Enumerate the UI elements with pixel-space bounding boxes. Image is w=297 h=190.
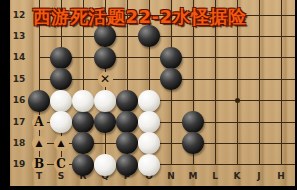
left-black-bar <box>0 0 10 190</box>
stone-black-s14 <box>50 47 72 69</box>
bottom-black-bar <box>0 186 297 190</box>
right-black-bar <box>295 0 297 190</box>
stone-white-s16 <box>50 90 72 112</box>
row-label-12: 12 <box>10 10 28 21</box>
marker-letter-T19: B <box>32 157 47 172</box>
stone-black-t16 <box>28 90 50 112</box>
grid-hline-13 <box>39 36 295 37</box>
row-label-13: 13 <box>10 31 28 42</box>
row-label-19: 19 <box>10 159 28 170</box>
marker-triangle-S18: ▲ <box>54 136 69 151</box>
stone-black-p16 <box>116 90 138 112</box>
video-title-overlay: 西游死活题22-2水怪据险 <box>33 5 273 29</box>
star-point-K16 <box>235 98 240 103</box>
col-label-L: L <box>209 171 221 182</box>
marker-triangle-T18: ▲ <box>32 136 47 151</box>
stone-black-r17 <box>72 111 94 133</box>
stone-black-n14 <box>160 47 182 69</box>
stone-white-o16 <box>138 90 160 112</box>
row-label-17: 17 <box>10 117 28 128</box>
col-label-K: K <box>231 171 243 182</box>
row-label-18: 18 <box>10 138 28 149</box>
stone-black-m17 <box>182 111 204 133</box>
stone-white-r16 <box>72 90 94 112</box>
stone-white-o17 <box>138 111 160 133</box>
grid-vline-H <box>281 0 282 165</box>
stone-white-s17 <box>50 111 72 133</box>
stone-black-p19 <box>116 154 138 176</box>
col-label-J: J <box>253 171 265 182</box>
stone-white-q19 <box>94 154 116 176</box>
stone-black-q14 <box>94 47 116 69</box>
stone-white-o19 <box>138 154 160 176</box>
marker-letter-S19: C <box>54 157 69 172</box>
video-frame: 1213141516171819TSRQPONMLKJH✕A▲▲BC 西游死活题… <box>0 0 297 190</box>
stone-black-p17 <box>116 111 138 133</box>
marker-x-Q15: ✕ <box>98 72 113 87</box>
stone-white-q16 <box>94 90 116 112</box>
col-label-S: S <box>55 171 67 182</box>
col-label-T: T <box>33 171 45 182</box>
marker-letter-T17: A <box>32 115 47 130</box>
row-label-15: 15 <box>10 74 28 85</box>
col-label-H: H <box>275 171 287 182</box>
row-label-14: 14 <box>10 52 28 63</box>
stone-black-q17 <box>94 111 116 133</box>
stone-black-r19 <box>72 154 94 176</box>
col-label-M: M <box>187 171 199 182</box>
row-label-16: 16 <box>10 95 28 106</box>
col-label-N: N <box>165 171 177 182</box>
